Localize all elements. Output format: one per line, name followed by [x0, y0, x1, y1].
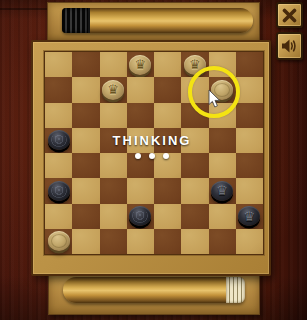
square-r2c4[interactable]	[127, 77, 154, 102]
square-r1c7[interactable]	[209, 52, 236, 77]
square-r5c3[interactable]	[100, 153, 127, 178]
square-r8c2[interactable]	[72, 229, 99, 254]
square-r5c7[interactable]	[209, 153, 236, 178]
square-r1c2[interactable]	[72, 52, 99, 77]
square-r5c4[interactable]	[127, 153, 154, 178]
square-r6c8[interactable]	[236, 178, 263, 203]
square-r8c3[interactable]	[100, 229, 127, 254]
sound-button[interactable]	[276, 32, 303, 60]
square-r1c4[interactable]	[127, 52, 154, 77]
game-window: THINKING	[0, 0, 307, 320]
square-r8c4[interactable]	[127, 229, 154, 254]
wood-seam	[0, 8, 50, 10]
square-r8c1[interactable]	[45, 229, 72, 254]
square-r2c3[interactable]	[100, 77, 127, 102]
square-r8c5[interactable]	[154, 229, 181, 254]
square-r1c5[interactable]	[154, 52, 181, 77]
square-r3c1[interactable]	[45, 103, 72, 128]
square-r3c2[interactable]	[72, 103, 99, 128]
speaker-icon	[281, 38, 298, 54]
top-scroll-roller	[62, 8, 253, 33]
square-r3c4[interactable]	[127, 103, 154, 128]
dark-man-piece[interactable]	[48, 181, 70, 201]
dark-king-piece[interactable]	[238, 206, 260, 226]
square-r3c7[interactable]	[209, 103, 236, 128]
square-r4c3[interactable]	[100, 128, 127, 153]
square-r3c8[interactable]	[236, 103, 263, 128]
square-r4c7[interactable]	[209, 128, 236, 153]
square-r5c5[interactable]	[154, 153, 181, 178]
square-r7c4[interactable]	[127, 204, 154, 229]
square-r4c6[interactable]	[181, 128, 208, 153]
light-king-piece[interactable]	[184, 55, 206, 75]
square-r6c7[interactable]	[209, 178, 236, 203]
square-r6c4[interactable]	[127, 178, 154, 203]
square-r8c8[interactable]	[236, 229, 263, 254]
board-grid	[44, 51, 264, 255]
square-r6c5[interactable]	[154, 178, 181, 203]
dark-man-piece[interactable]	[48, 130, 70, 150]
close-button[interactable]	[276, 2, 303, 28]
square-r4c1[interactable]	[45, 128, 72, 153]
square-r2c7[interactable]	[209, 77, 236, 102]
square-r7c6[interactable]	[181, 204, 208, 229]
square-r1c1[interactable]	[45, 52, 72, 77]
square-r4c8[interactable]	[236, 128, 263, 153]
light-king-piece[interactable]	[102, 80, 124, 100]
square-r6c6[interactable]	[181, 178, 208, 203]
square-r4c2[interactable]	[72, 128, 99, 153]
square-r1c8[interactable]	[236, 52, 263, 77]
checkers-board	[31, 40, 271, 276]
square-r2c8[interactable]	[236, 77, 263, 102]
square-r8c6[interactable]	[181, 229, 208, 254]
square-r5c2[interactable]	[72, 153, 99, 178]
square-r4c4[interactable]	[127, 128, 154, 153]
square-r7c8[interactable]	[236, 204, 263, 229]
bottom-scroll-roller	[63, 277, 245, 303]
roller-dark-cap	[62, 8, 90, 33]
dark-king-piece[interactable]	[211, 181, 233, 201]
light-man-piece[interactable]	[48, 231, 70, 251]
square-r7c2[interactable]	[72, 204, 99, 229]
square-r5c6[interactable]	[181, 153, 208, 178]
square-r6c1[interactable]	[45, 178, 72, 203]
square-r3c5[interactable]	[154, 103, 181, 128]
square-r7c1[interactable]	[45, 204, 72, 229]
square-r1c6[interactable]	[181, 52, 208, 77]
square-r5c1[interactable]	[45, 153, 72, 178]
square-r1c3[interactable]	[100, 52, 127, 77]
square-r8c7[interactable]	[209, 229, 236, 254]
square-r4c5[interactable]	[154, 128, 181, 153]
square-r2c2[interactable]	[72, 77, 99, 102]
square-r5c8[interactable]	[236, 153, 263, 178]
square-r6c3[interactable]	[100, 178, 127, 203]
square-r2c6[interactable]	[181, 77, 208, 102]
light-man-piece[interactable]	[211, 80, 233, 100]
square-r7c5[interactable]	[154, 204, 181, 229]
square-r6c2[interactable]	[72, 178, 99, 203]
square-r7c7[interactable]	[209, 204, 236, 229]
close-x-icon	[282, 8, 297, 23]
square-r3c6[interactable]	[181, 103, 208, 128]
square-r2c1[interactable]	[45, 77, 72, 102]
light-king-piece[interactable]	[129, 55, 151, 75]
dark-man-piece[interactable]	[129, 206, 151, 226]
square-r7c3[interactable]	[100, 204, 127, 229]
square-r2c5[interactable]	[154, 77, 181, 102]
roller-light-cap	[226, 277, 245, 303]
square-r3c3[interactable]	[100, 103, 127, 128]
